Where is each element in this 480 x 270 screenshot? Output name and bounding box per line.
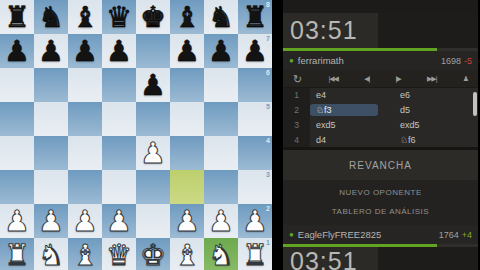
white-pawn[interactable]: ♟ bbox=[0, 204, 34, 238]
white-pawn[interactable]: ♟ bbox=[170, 204, 204, 238]
square-c8[interactable]: ♝ bbox=[68, 0, 102, 34]
analysis-icon[interactable]: ♟ bbox=[463, 70, 468, 88]
move-black[interactable]: exd5 bbox=[394, 119, 478, 131]
square-e8[interactable]: ♚ bbox=[136, 0, 170, 34]
prev-move-icon[interactable]: ◀| bbox=[364, 70, 369, 88]
square-b3[interactable] bbox=[34, 170, 68, 204]
square-a3[interactable] bbox=[0, 170, 34, 204]
black-rook[interactable]: ♜ bbox=[0, 0, 34, 34]
square-c4[interactable] bbox=[68, 136, 102, 170]
white-pawn[interactable]: ♟ bbox=[34, 204, 68, 238]
square-f4[interactable] bbox=[170, 136, 204, 170]
rank-coordinate-label: 2 bbox=[266, 205, 270, 212]
move-list-scrollbar[interactable] bbox=[473, 92, 477, 116]
square-c2[interactable]: ♟ bbox=[68, 204, 102, 238]
square-f2[interactable]: ♟ bbox=[170, 204, 204, 238]
player-clock: 03:51 bbox=[283, 247, 378, 270]
black-queen[interactable]: ♛ bbox=[102, 0, 136, 34]
square-d3[interactable] bbox=[102, 170, 136, 204]
move-row: 4 d4 ♘f6 bbox=[283, 132, 478, 147]
square-h4[interactable]: 4 bbox=[238, 136, 272, 170]
black-pawn[interactable]: ♟ bbox=[68, 34, 102, 68]
opponent-name[interactable]: ferrarimath bbox=[298, 55, 344, 66]
square-b5[interactable] bbox=[34, 102, 68, 136]
square-b6[interactable] bbox=[34, 68, 68, 102]
black-pawn[interactable]: ♟ bbox=[204, 34, 238, 68]
move-row: 2 ♘f3 d5 bbox=[283, 103, 478, 118]
square-h2[interactable]: ♟2 bbox=[238, 204, 272, 238]
square-a5[interactable] bbox=[0, 102, 34, 136]
white-king[interactable]: ♚ bbox=[136, 238, 170, 270]
square-e3[interactable] bbox=[136, 170, 170, 204]
square-e4[interactable]: ♟ bbox=[136, 136, 170, 170]
post-game-actions: NUEVO OPONENTE TABLERO DE ANÁLISIS bbox=[283, 180, 478, 225]
square-f7[interactable]: ♟ bbox=[170, 34, 204, 68]
move-row: 3 exd5 exd5 bbox=[283, 118, 478, 133]
black-king[interactable]: ♚ bbox=[136, 0, 170, 34]
square-h7[interactable]: ♟7 bbox=[238, 34, 272, 68]
square-h5[interactable]: 5 bbox=[238, 102, 272, 136]
panel-top-strip bbox=[283, 0, 478, 13]
player-name[interactable]: EagleFlyFREE2825 bbox=[298, 229, 381, 240]
last-move-icon[interactable]: ▶▶| bbox=[427, 70, 437, 88]
square-c1[interactable]: ♝ bbox=[68, 238, 102, 270]
square-h1[interactable]: ♜1 bbox=[238, 238, 272, 270]
square-b2[interactable]: ♟ bbox=[34, 204, 68, 238]
player-clock-row: 03:51 bbox=[283, 247, 478, 270]
square-g2[interactable]: ♟ bbox=[204, 204, 238, 238]
square-d4[interactable] bbox=[102, 136, 136, 170]
square-b8[interactable]: ♞ bbox=[34, 0, 68, 34]
opponent-rating-diff: -5 bbox=[464, 56, 472, 66]
square-e2[interactable] bbox=[136, 204, 170, 238]
black-pawn[interactable]: ♟ bbox=[34, 34, 68, 68]
move-black[interactable]: e6 bbox=[394, 89, 478, 101]
flip-board-icon[interactable]: ↻ bbox=[293, 70, 302, 88]
online-dot-icon: ● bbox=[289, 51, 294, 70]
move-white-selected[interactable]: ♘f3 bbox=[310, 104, 394, 116]
square-d7[interactable]: ♟ bbox=[102, 34, 136, 68]
black-pawn[interactable]: ♟ bbox=[0, 34, 34, 68]
square-f3[interactable] bbox=[170, 170, 204, 204]
square-g5[interactable] bbox=[204, 102, 238, 136]
white-bishop[interactable]: ♝ bbox=[68, 238, 102, 270]
white-pawn[interactable]: ♟ bbox=[136, 136, 170, 170]
square-h6[interactable]: 6 bbox=[238, 68, 272, 102]
white-rook[interactable]: ♜ bbox=[0, 238, 34, 270]
move-nav-toolbar: ↻ |◀◀ ◀| |▶ ▶▶| ♟ bbox=[283, 70, 478, 88]
black-bishop[interactable]: ♝ bbox=[68, 0, 102, 34]
black-knight[interactable]: ♞ bbox=[204, 0, 238, 34]
square-a4[interactable] bbox=[0, 136, 34, 170]
white-pawn[interactable]: ♟ bbox=[68, 204, 102, 238]
square-f1[interactable]: ♝ bbox=[170, 238, 204, 270]
square-g6[interactable] bbox=[204, 68, 238, 102]
square-f8[interactable]: ♝ bbox=[170, 0, 204, 34]
square-d2[interactable]: ♟ bbox=[102, 204, 136, 238]
square-b4[interactable] bbox=[34, 136, 68, 170]
white-bishop[interactable]: ♝ bbox=[170, 238, 204, 270]
rank-coordinate-label: 7 bbox=[266, 35, 270, 42]
black-pawn[interactable]: ♟ bbox=[136, 68, 170, 102]
chess-board[interactable]: ♜♞♝♛♚♝♞♜8♟♟♟♟♟♟♟7♟65♟43♟♟♟♟♟♟♟2♜♞♝♛♚♝♞♜1 bbox=[0, 0, 272, 270]
move-number: 1 bbox=[283, 88, 310, 103]
online-dot-icon: ● bbox=[289, 225, 294, 244]
white-knight[interactable]: ♞ bbox=[34, 238, 68, 270]
square-g3[interactable] bbox=[204, 170, 238, 204]
square-a2[interactable]: ♟ bbox=[0, 204, 34, 238]
square-f5[interactable] bbox=[170, 102, 204, 136]
square-f6[interactable] bbox=[170, 68, 204, 102]
square-g7[interactable]: ♟ bbox=[204, 34, 238, 68]
opponent-player-row: ● ferrarimath 1698 -5 bbox=[283, 51, 478, 70]
square-a8[interactable]: ♜ bbox=[0, 0, 34, 34]
square-e6[interactable]: ♟ bbox=[136, 68, 170, 102]
square-g8[interactable]: ♞ bbox=[204, 0, 238, 34]
player-rating-diff: +4 bbox=[462, 230, 472, 240]
move-number: 2 bbox=[283, 103, 310, 118]
white-pawn[interactable]: ♟ bbox=[102, 204, 136, 238]
move-black[interactable]: d5 bbox=[394, 104, 478, 116]
rank-coordinate-label: 4 bbox=[266, 137, 270, 144]
square-a6[interactable] bbox=[0, 68, 34, 102]
game-side-panel: 03:51 ● ferrarimath 1698 -5 ↻ |◀◀ ◀| |▶ … bbox=[283, 0, 478, 270]
square-b1[interactable]: ♞ bbox=[34, 238, 68, 270]
move-row: 1 e4 e6 bbox=[283, 88, 478, 103]
square-a7[interactable]: ♟ bbox=[0, 34, 34, 68]
white-pawn[interactable]: ♟ bbox=[204, 204, 238, 238]
move-white[interactable]: e4 bbox=[310, 89, 394, 101]
next-move-icon[interactable]: |▶ bbox=[396, 70, 401, 88]
move-black[interactable]: ♘f6 bbox=[394, 134, 478, 146]
square-c7[interactable]: ♟ bbox=[68, 34, 102, 68]
black-pawn[interactable]: ♟ bbox=[102, 34, 136, 68]
player-clock-time: 03:51 bbox=[283, 247, 378, 270]
opponent-clock-time: 03:51 bbox=[283, 13, 378, 48]
move-white[interactable]: exd5 bbox=[310, 119, 394, 131]
first-move-icon[interactable]: |◀◀ bbox=[328, 70, 338, 88]
white-queen[interactable]: ♛ bbox=[102, 238, 136, 270]
square-e7[interactable] bbox=[136, 34, 170, 68]
black-knight[interactable]: ♞ bbox=[34, 0, 68, 34]
move-list: 1 e4 e6 2 ♘f3 d5 3 exd5 exd5 4 d4 ♘f6 bbox=[283, 88, 478, 147]
square-h8[interactable]: ♜8 bbox=[238, 0, 272, 34]
square-a1[interactable]: ♜ bbox=[0, 238, 34, 270]
move-number: 3 bbox=[283, 118, 310, 133]
move-white[interactable]: d4 bbox=[310, 134, 394, 146]
square-d5[interactable] bbox=[102, 102, 136, 136]
rematch-button[interactable]: REVANCHA bbox=[283, 150, 478, 180]
square-e5[interactable] bbox=[136, 102, 170, 136]
rank-coordinate-label: 8 bbox=[266, 1, 270, 8]
new-opponent-button[interactable]: NUEVO OPONENTE bbox=[283, 187, 478, 199]
square-d6[interactable] bbox=[102, 68, 136, 102]
analysis-board-button[interactable]: TABLERO DE ANÁLISIS bbox=[283, 206, 478, 218]
rank-coordinate-label: 6 bbox=[266, 69, 270, 76]
player-row: ● EagleFlyFREE2825 1764 +4 bbox=[283, 225, 478, 244]
square-g1[interactable]: ♞ bbox=[204, 238, 238, 270]
black-pawn[interactable]: ♟ bbox=[170, 34, 204, 68]
player-rating: 1764 bbox=[439, 230, 459, 240]
square-g4[interactable] bbox=[204, 136, 238, 170]
rank-coordinate-label: 5 bbox=[266, 103, 270, 110]
rank-coordinate-label: 1 bbox=[266, 239, 270, 246]
square-b7[interactable]: ♟ bbox=[34, 34, 68, 68]
square-c6[interactable] bbox=[68, 68, 102, 102]
rank-coordinate-label: 3 bbox=[266, 171, 270, 178]
opponent-clock: 03:51 bbox=[283, 13, 378, 48]
white-knight[interactable]: ♞ bbox=[204, 238, 238, 270]
square-h3[interactable]: 3 bbox=[238, 170, 272, 204]
opponent-clock-row: 03:51 bbox=[283, 13, 478, 48]
opponent-rating: 1698 bbox=[441, 56, 461, 66]
square-d8[interactable]: ♛ bbox=[102, 0, 136, 34]
square-c5[interactable] bbox=[68, 102, 102, 136]
black-bishop[interactable]: ♝ bbox=[170, 0, 204, 34]
square-c3[interactable] bbox=[68, 170, 102, 204]
move-number: 4 bbox=[283, 132, 310, 147]
square-e1[interactable]: ♚ bbox=[136, 238, 170, 270]
square-d1[interactable]: ♛ bbox=[102, 238, 136, 270]
